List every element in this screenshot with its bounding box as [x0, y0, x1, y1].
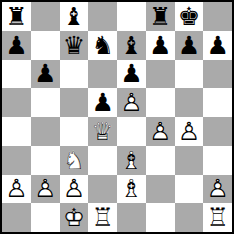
- piece-white-pawn[interactable]: ♟♙: [203, 175, 232, 204]
- square-b4[interactable]: [31, 117, 60, 146]
- piece-white-pawn[interactable]: ♟♙: [146, 117, 175, 146]
- square-f6[interactable]: [146, 60, 175, 89]
- square-a8[interactable]: ♜: [2, 2, 31, 31]
- black-bishop-icon: ♝: [117, 31, 146, 60]
- black-pawn-icon: ♟: [175, 31, 204, 60]
- square-b1[interactable]: [31, 203, 60, 232]
- square-a3[interactable]: [2, 146, 31, 175]
- piece-black-pawn[interactable]: ♟: [117, 60, 146, 89]
- white-pawn-icon: ♙: [31, 175, 60, 204]
- black-pawn-icon: ♟: [2, 31, 31, 60]
- piece-black-bishop[interactable]: ♝: [117, 31, 146, 60]
- square-g7[interactable]: ♟: [175, 31, 204, 60]
- white-pawn-icon: ♙: [60, 175, 89, 204]
- square-b8[interactable]: [31, 2, 60, 31]
- black-rook-icon: ♜: [146, 2, 175, 31]
- square-g6[interactable]: [175, 60, 204, 89]
- square-b6[interactable]: ♟: [31, 60, 60, 89]
- piece-black-pawn[interactable]: ♟: [2, 31, 31, 60]
- piece-white-bishop[interactable]: ♝♗: [117, 175, 146, 204]
- square-c7[interactable]: ♛: [60, 31, 89, 60]
- square-d4[interactable]: ♛♕: [88, 117, 117, 146]
- square-d1[interactable]: ♜♖: [88, 203, 117, 232]
- square-c6[interactable]: [60, 60, 89, 89]
- square-b7[interactable]: [31, 31, 60, 60]
- square-c2[interactable]: ♟♙: [60, 175, 89, 204]
- white-pawn-icon: ♙: [2, 175, 31, 204]
- square-b3[interactable]: [31, 146, 60, 175]
- piece-black-bishop[interactable]: ♝: [60, 2, 89, 31]
- piece-black-rook[interactable]: ♜: [2, 2, 31, 31]
- black-queen-icon: ♛: [60, 31, 89, 60]
- piece-black-knight[interactable]: ♞: [88, 31, 117, 60]
- white-knight-icon: ♘: [60, 146, 89, 175]
- piece-white-king[interactable]: ♚♔: [60, 203, 89, 232]
- square-c4[interactable]: [60, 117, 89, 146]
- square-c5[interactable]: [60, 88, 89, 117]
- square-d3[interactable]: [88, 146, 117, 175]
- square-a1[interactable]: [2, 203, 31, 232]
- square-e5[interactable]: ♟♙: [117, 88, 146, 117]
- square-f1[interactable]: [146, 203, 175, 232]
- piece-white-pawn[interactable]: ♟♙: [2, 175, 31, 204]
- piece-black-pawn[interactable]: ♟: [203, 31, 232, 60]
- white-pawn-icon: ♙: [175, 117, 204, 146]
- square-d7[interactable]: ♞: [88, 31, 117, 60]
- white-bishop-icon: ♗: [117, 146, 146, 175]
- black-rook-icon: ♜: [2, 2, 31, 31]
- square-e6[interactable]: ♟: [117, 60, 146, 89]
- piece-white-knight[interactable]: ♞♘: [60, 146, 89, 175]
- white-pawn-icon: ♙: [146, 117, 175, 146]
- square-a5[interactable]: [2, 88, 31, 117]
- square-e7[interactable]: ♝: [117, 31, 146, 60]
- square-d2[interactable]: [88, 175, 117, 204]
- black-pawn-icon: ♟: [31, 60, 60, 89]
- square-f8[interactable]: ♜: [146, 2, 175, 31]
- white-pawn-icon: ♙: [117, 88, 146, 117]
- square-b2[interactable]: ♟♙: [31, 175, 60, 204]
- white-bishop-icon: ♗: [117, 175, 146, 204]
- square-e3[interactable]: ♝♗: [117, 146, 146, 175]
- black-pawn-icon: ♟: [146, 31, 175, 60]
- square-g1[interactable]: [175, 203, 204, 232]
- square-a6[interactable]: [2, 60, 31, 89]
- black-knight-icon: ♞: [88, 31, 117, 60]
- square-f5[interactable]: [146, 88, 175, 117]
- square-d5[interactable]: ♟: [88, 88, 117, 117]
- square-c1[interactable]: ♚♔: [60, 203, 89, 232]
- square-g5[interactable]: [175, 88, 204, 117]
- piece-white-pawn[interactable]: ♟♙: [117, 88, 146, 117]
- square-e4[interactable]: [117, 117, 146, 146]
- piece-black-king[interactable]: ♚: [175, 2, 204, 31]
- square-g2[interactable]: [175, 175, 204, 204]
- square-d8[interactable]: [88, 2, 117, 31]
- square-h8[interactable]: [203, 2, 232, 31]
- square-h6[interactable]: [203, 60, 232, 89]
- piece-white-pawn[interactable]: ♟♙: [175, 117, 204, 146]
- white-queen-icon: ♕: [88, 117, 117, 146]
- square-a2[interactable]: ♟♙: [2, 175, 31, 204]
- black-pawn-icon: ♟: [88, 88, 117, 117]
- piece-black-pawn[interactable]: ♟: [146, 31, 175, 60]
- square-h1[interactable]: ♜♖: [203, 203, 232, 232]
- square-h3[interactable]: [203, 146, 232, 175]
- square-g8[interactable]: ♚: [175, 2, 204, 31]
- white-rook-icon: ♖: [203, 203, 232, 232]
- white-pawn-icon: ♙: [203, 175, 232, 204]
- square-b5[interactable]: [31, 88, 60, 117]
- piece-black-queen[interactable]: ♛: [60, 31, 89, 60]
- chess-board: ♜♝♜♚♟♛♞♝♟♟♟♟♟♟♟♙♛♕♟♙♟♙♞♘♝♗♟♙♟♙♟♙♝♗♟♙♚♔♜♖…: [0, 0, 234, 234]
- square-g3[interactable]: [175, 146, 204, 175]
- piece-black-pawn[interactable]: ♟: [31, 60, 60, 89]
- piece-black-pawn[interactable]: ♟: [175, 31, 204, 60]
- square-e2[interactable]: ♝♗: [117, 175, 146, 204]
- square-d6[interactable]: [88, 60, 117, 89]
- black-pawn-icon: ♟: [117, 60, 146, 89]
- piece-white-pawn[interactable]: ♟♙: [31, 175, 60, 204]
- black-pawn-icon: ♟: [203, 31, 232, 60]
- piece-white-pawn[interactable]: ♟♙: [60, 175, 89, 204]
- square-f2[interactable]: [146, 175, 175, 204]
- square-h7[interactable]: ♟: [203, 31, 232, 60]
- square-f7[interactable]: ♟: [146, 31, 175, 60]
- piece-white-queen[interactable]: ♛♕: [88, 117, 117, 146]
- square-e8[interactable]: [117, 2, 146, 31]
- square-a4[interactable]: [2, 117, 31, 146]
- square-c3[interactable]: ♞♘: [60, 146, 89, 175]
- white-rook-icon: ♖: [88, 203, 117, 232]
- square-c8[interactable]: ♝: [60, 2, 89, 31]
- piece-black-pawn[interactable]: ♟: [88, 88, 117, 117]
- square-h4[interactable]: [203, 117, 232, 146]
- square-g4[interactable]: ♟♙: [175, 117, 204, 146]
- black-bishop-icon: ♝: [60, 2, 89, 31]
- white-king-icon: ♔: [60, 203, 89, 232]
- piece-white-bishop[interactable]: ♝♗: [117, 146, 146, 175]
- square-e1[interactable]: [117, 203, 146, 232]
- square-h5[interactable]: [203, 88, 232, 117]
- square-f4[interactable]: ♟♙: [146, 117, 175, 146]
- square-f3[interactable]: [146, 146, 175, 175]
- piece-black-rook[interactable]: ♜: [146, 2, 175, 31]
- square-a7[interactable]: ♟: [2, 31, 31, 60]
- piece-white-rook[interactable]: ♜♖: [88, 203, 117, 232]
- black-king-icon: ♚: [175, 2, 204, 31]
- piece-white-rook[interactable]: ♜♖: [203, 203, 232, 232]
- square-h2[interactable]: ♟♙: [203, 175, 232, 204]
